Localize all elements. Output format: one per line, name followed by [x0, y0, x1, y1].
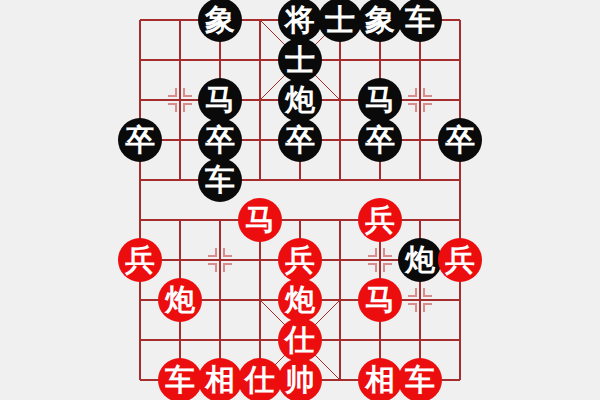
piece-black-horse[interactable]: 马 [198, 78, 242, 122]
piece-black-soldier[interactable]: 卒 [278, 118, 322, 162]
piece-red-cannon[interactable]: 炮 [278, 278, 322, 322]
piece-black-soldier[interactable]: 卒 [358, 118, 402, 162]
piece-red-soldier[interactable]: 兵 [438, 238, 482, 282]
piece-red-king[interactable]: 帅 [278, 358, 322, 400]
piece-black-cannon[interactable]: 炮 [398, 238, 442, 282]
piece-red-advisor[interactable]: 仕 [238, 358, 282, 400]
piece-red-soldier[interactable]: 兵 [118, 238, 162, 282]
piece-black-soldier[interactable]: 卒 [438, 118, 482, 162]
piece-red-horse[interactable]: 马 [238, 198, 282, 242]
piece-black-elephant[interactable]: 象 [198, 0, 242, 42]
piece-red-chariot[interactable]: 车 [398, 358, 442, 400]
piece-red-soldier[interactable]: 兵 [358, 198, 402, 242]
piece-red-chariot[interactable]: 车 [158, 358, 202, 400]
piece-red-horse[interactable]: 马 [358, 278, 402, 322]
piece-black-cannon[interactable]: 炮 [278, 78, 322, 122]
piece-black-advisor[interactable]: 士 [278, 38, 322, 82]
piece-black-horse[interactable]: 马 [358, 78, 402, 122]
piece-black-advisor[interactable]: 士 [318, 0, 362, 42]
piece-black-chariot[interactable]: 车 [198, 158, 242, 202]
piece-black-elephant[interactable]: 象 [358, 0, 402, 42]
piece-black-chariot[interactable]: 车 [398, 0, 442, 42]
piece-black-soldier[interactable]: 卒 [118, 118, 162, 162]
piece-red-cannon[interactable]: 炮 [158, 278, 202, 322]
piece-black-soldier[interactable]: 卒 [198, 118, 242, 162]
piece-red-elephant[interactable]: 相 [198, 358, 242, 400]
piece-black-general[interactable]: 将 [278, 0, 322, 42]
piece-red-soldier[interactable]: 兵 [278, 238, 322, 282]
piece-red-advisor[interactable]: 仕 [278, 318, 322, 362]
xiangqi-board[interactable]: 象将士象车士马炮马卒卒卒卒卒车炮马兵兵兵兵炮炮马仕车相仕帅相车 [140, 20, 460, 380]
piece-red-elephant[interactable]: 相 [358, 358, 402, 400]
